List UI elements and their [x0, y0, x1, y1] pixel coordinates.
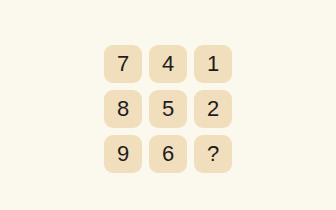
cell-r2c2: 5: [149, 90, 187, 128]
cell-r1c1: 7: [104, 45, 142, 83]
cell-r1c2: 4: [149, 45, 187, 83]
cell-r3c1: 9: [104, 135, 142, 173]
cell-r2c1: 8: [104, 90, 142, 128]
cell-r2c3: 2: [194, 90, 232, 128]
cell-r1c3: 1: [194, 45, 232, 83]
cell-r3c3: ?: [194, 135, 232, 173]
puzzle-board: 7 4 1 8 5 2 9 6 ?: [104, 45, 232, 173]
cell-r3c2: 6: [149, 135, 187, 173]
